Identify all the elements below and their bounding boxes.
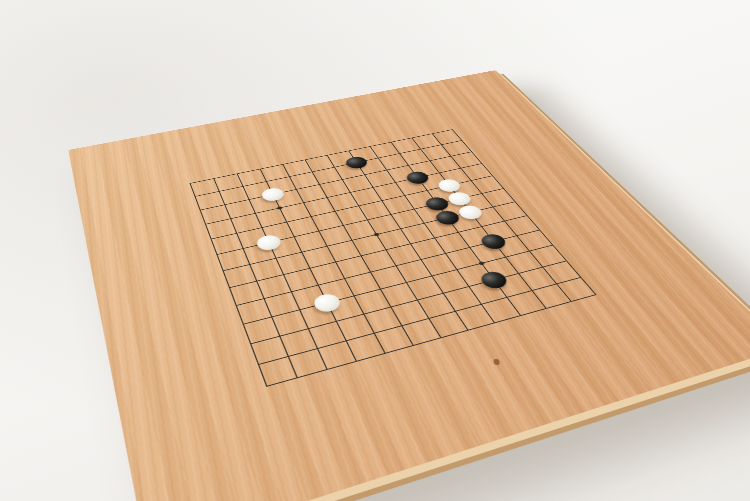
white-stone[interactable] [456,204,486,221]
board-perspective-wrap [68,70,750,501]
wood-knot [493,359,500,365]
star-point [373,233,379,237]
black-stone[interactable] [404,170,432,185]
star-point [277,206,283,210]
black-stone[interactable] [477,270,510,291]
black-stone[interactable] [343,155,369,170]
white-stone[interactable] [255,233,284,252]
go-board [68,70,750,501]
star-point [478,261,485,265]
go-grid[interactable] [190,129,597,387]
white-stone[interactable] [445,191,474,207]
white-stone[interactable] [260,186,287,202]
white-stone[interactable] [435,178,463,194]
photo-backdrop [0,0,750,501]
black-stone[interactable] [478,232,509,251]
white-stone[interactable] [311,292,343,314]
